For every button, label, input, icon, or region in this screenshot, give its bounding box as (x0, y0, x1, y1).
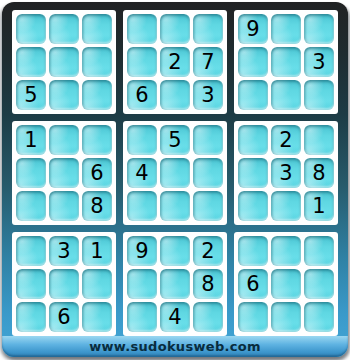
cell-r9c2[interactable]: 6 (49, 302, 79, 332)
cell-r8c2[interactable] (49, 269, 79, 299)
cell-r6c8[interactable] (271, 191, 301, 221)
cell-r7c5[interactable] (160, 236, 190, 266)
cell-r7c7[interactable] (238, 236, 268, 266)
cell-r6c2[interactable] (49, 191, 79, 221)
cell-r1c3[interactable] (82, 14, 112, 44)
cell-r7c3[interactable]: 1 (82, 236, 112, 266)
block-3-2: 9284 (123, 232, 227, 336)
cell-r8c3[interactable] (82, 269, 112, 299)
cell-r3c6[interactable]: 3 (193, 80, 223, 110)
cell-r8c6[interactable]: 8 (193, 269, 223, 299)
cell-r2c3[interactable] (82, 47, 112, 77)
cell-r3c1[interactable]: 5 (16, 80, 46, 110)
cell-r5c2[interactable] (49, 158, 79, 188)
cell-r6c6[interactable] (193, 191, 223, 221)
cell-r9c7[interactable] (238, 302, 268, 332)
cell-r8c8[interactable] (271, 269, 301, 299)
cell-r9c1[interactable] (16, 302, 46, 332)
cell-r5c9[interactable]: 8 (304, 158, 334, 188)
cell-r7c9[interactable] (304, 236, 334, 266)
cell-r2c1[interactable] (16, 47, 46, 77)
block-2-1: 168 (12, 121, 116, 225)
block-3-3: 6 (234, 232, 338, 336)
cell-r2c2[interactable] (49, 47, 79, 77)
cell-r5c3[interactable]: 6 (82, 158, 112, 188)
cell-r3c8[interactable] (271, 80, 301, 110)
cell-r4c5[interactable]: 5 (160, 125, 190, 155)
cell-r5c8[interactable]: 3 (271, 158, 301, 188)
cell-r6c9[interactable]: 1 (304, 191, 334, 221)
block-3-1: 316 (12, 232, 116, 336)
cell-r2c9[interactable]: 3 (304, 47, 334, 77)
cell-r8c5[interactable] (160, 269, 190, 299)
website-url: www.sudokusweb.com (89, 339, 261, 354)
cell-r9c8[interactable] (271, 302, 301, 332)
cell-r8c9[interactable] (304, 269, 334, 299)
sudoku-board: 527639316854238131692846 www.sudokusweb.… (2, 2, 348, 357)
cell-r1c1[interactable] (16, 14, 46, 44)
block-1-1: 5 (12, 10, 116, 114)
cell-r3c7[interactable] (238, 80, 268, 110)
cell-r6c1[interactable] (16, 191, 46, 221)
cell-r5c6[interactable] (193, 158, 223, 188)
cell-r4c9[interactable] (304, 125, 334, 155)
cell-r3c4[interactable]: 6 (127, 80, 157, 110)
block-2-2: 54 (123, 121, 227, 225)
cell-r7c2[interactable]: 3 (49, 236, 79, 266)
cell-r1c5[interactable] (160, 14, 190, 44)
cell-r8c4[interactable] (127, 269, 157, 299)
footer-bar: www.sudokusweb.com (2, 336, 348, 357)
cell-r1c7[interactable]: 9 (238, 14, 268, 44)
cell-r1c2[interactable] (49, 14, 79, 44)
cell-r1c9[interactable] (304, 14, 334, 44)
cell-r9c6[interactable] (193, 302, 223, 332)
cell-r7c1[interactable] (16, 236, 46, 266)
block-1-2: 2763 (123, 10, 227, 114)
cell-r6c7[interactable] (238, 191, 268, 221)
cell-r7c8[interactable] (271, 236, 301, 266)
cell-r4c1[interactable]: 1 (16, 125, 46, 155)
cell-r8c7[interactable]: 6 (238, 269, 268, 299)
cell-r1c6[interactable] (193, 14, 223, 44)
cell-r2c8[interactable] (271, 47, 301, 77)
cell-r1c4[interactable] (127, 14, 157, 44)
cell-r8c1[interactable] (16, 269, 46, 299)
sudoku-grid: 527639316854238131692846 (12, 10, 338, 336)
cell-r4c2[interactable] (49, 125, 79, 155)
cell-r2c7[interactable] (238, 47, 268, 77)
cell-r4c4[interactable] (127, 125, 157, 155)
cell-r3c2[interactable] (49, 80, 79, 110)
cell-r5c5[interactable] (160, 158, 190, 188)
cell-r5c4[interactable]: 4 (127, 158, 157, 188)
cell-r2c4[interactable] (127, 47, 157, 77)
cell-r2c5[interactable]: 2 (160, 47, 190, 77)
cell-r5c7[interactable] (238, 158, 268, 188)
cell-r9c5[interactable]: 4 (160, 302, 190, 332)
cell-r6c4[interactable] (127, 191, 157, 221)
cell-r9c9[interactable] (304, 302, 334, 332)
cell-r3c9[interactable] (304, 80, 334, 110)
cell-r2c6[interactable]: 7 (193, 47, 223, 77)
cell-r9c4[interactable] (127, 302, 157, 332)
cell-r6c5[interactable] (160, 191, 190, 221)
cell-r7c4[interactable]: 9 (127, 236, 157, 266)
cell-r4c7[interactable] (238, 125, 268, 155)
cell-r9c3[interactable] (82, 302, 112, 332)
cell-r4c8[interactable]: 2 (271, 125, 301, 155)
block-2-3: 2381 (234, 121, 338, 225)
cell-r5c1[interactable] (16, 158, 46, 188)
cell-r3c3[interactable] (82, 80, 112, 110)
cell-r6c3[interactable]: 8 (82, 191, 112, 221)
cell-r4c3[interactable] (82, 125, 112, 155)
cell-r1c8[interactable] (271, 14, 301, 44)
cell-r7c6[interactable]: 2 (193, 236, 223, 266)
block-1-3: 93 (234, 10, 338, 114)
cell-r4c6[interactable] (193, 125, 223, 155)
cell-r3c5[interactable] (160, 80, 190, 110)
